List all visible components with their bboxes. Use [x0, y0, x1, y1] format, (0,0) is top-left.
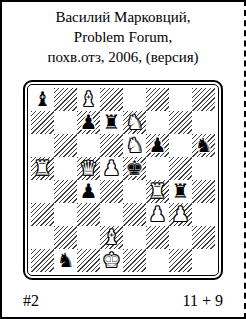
title-line-award: похв.отз, 2006, (версия)	[2, 47, 244, 67]
square-h7	[192, 111, 215, 134]
piece-white-knight: ♞	[126, 111, 144, 134]
square-a2	[31, 226, 54, 249]
problem-card: Василий Марковций, Problem Forum, похв.о…	[0, 0, 246, 319]
square-b5	[54, 157, 77, 180]
piece-white-king: ♚	[103, 249, 121, 272]
stipulation-label: #2	[23, 292, 39, 310]
square-b6	[54, 134, 77, 157]
square-c8: ♝	[77, 88, 100, 111]
piece-white-rook: ♜	[149, 180, 167, 203]
square-h3	[192, 203, 215, 226]
square-e8	[123, 88, 146, 111]
piece-white-knight: ♞	[126, 134, 144, 157]
caption-row: #2 11 + 9	[2, 292, 244, 310]
square-h2	[192, 226, 215, 249]
square-g4: ♜	[169, 180, 192, 203]
square-e2	[123, 226, 146, 249]
square-b3	[54, 203, 77, 226]
square-f5	[146, 157, 169, 180]
square-e5: ♚	[123, 157, 146, 180]
square-d4	[100, 180, 123, 203]
square-e6: ♞	[123, 134, 146, 157]
square-e4	[123, 180, 146, 203]
square-d5: ♟	[100, 157, 123, 180]
square-b4	[54, 180, 77, 203]
problem-title: Василий Марковций, Problem Forum, похв.о…	[2, 7, 244, 67]
piece-white-pawn: ♟	[149, 203, 167, 226]
piece-white-pawn: ♟	[172, 203, 190, 226]
square-g7	[169, 111, 192, 134]
square-c3	[77, 203, 100, 226]
square-c1	[77, 249, 100, 272]
square-e1	[123, 249, 146, 272]
square-g2	[169, 226, 192, 249]
square-g6	[169, 134, 192, 157]
square-a5: ♜	[31, 157, 54, 180]
square-d3	[100, 203, 123, 226]
square-f6: ♟	[146, 134, 169, 157]
square-a8: ♝	[31, 88, 54, 111]
square-d8	[100, 88, 123, 111]
square-f8	[146, 88, 169, 111]
piece-black-rook: ♜	[172, 180, 190, 203]
square-d7: ♜	[100, 111, 123, 134]
piece-white-bishop: ♝	[103, 226, 121, 249]
square-e3	[123, 203, 146, 226]
square-c2	[77, 226, 100, 249]
piece-black-rook: ♜	[103, 111, 121, 134]
piece-black-bishop: ♝	[34, 88, 52, 111]
piece-black-knight: ♞	[195, 134, 213, 157]
title-line-author: Василий Марковций,	[2, 7, 244, 27]
material-count-label: 11 + 9	[183, 292, 223, 310]
square-a3	[31, 203, 54, 226]
square-a4	[31, 180, 54, 203]
square-d2: ♝	[100, 226, 123, 249]
piece-black-knight: ♞	[57, 249, 75, 272]
square-b7	[54, 111, 77, 134]
square-c5: ♛	[77, 157, 100, 180]
square-a1	[31, 249, 54, 272]
square-h5	[192, 157, 215, 180]
piece-black-king: ♚	[126, 157, 144, 180]
square-h8	[192, 88, 215, 111]
square-b8	[54, 88, 77, 111]
square-f3: ♟	[146, 203, 169, 226]
square-e7: ♞	[123, 111, 146, 134]
square-d6	[100, 134, 123, 157]
square-a7	[31, 111, 54, 134]
square-c4: ♟	[77, 180, 100, 203]
square-g5	[169, 157, 192, 180]
square-g3: ♟	[169, 203, 192, 226]
piece-white-bishop: ♝	[80, 88, 98, 111]
piece-white-pawn: ♟	[103, 157, 121, 180]
chess-board: ♝♝♟♜♞♞♟♞♜♛♟♚♟♜♜♟♟♝♞♚	[31, 88, 215, 272]
square-b2	[54, 226, 77, 249]
piece-white-queen: ♛	[80, 157, 98, 180]
chess-board-frame: ♝♝♟♜♞♞♟♞♜♛♟♚♟♜♜♟♟♝♞♚	[23, 80, 223, 280]
square-c7: ♟	[77, 111, 100, 134]
square-f2	[146, 226, 169, 249]
square-a6	[31, 134, 54, 157]
square-d1: ♚	[100, 249, 123, 272]
square-g8	[169, 88, 192, 111]
square-g1	[169, 249, 192, 272]
piece-black-pawn: ♟	[80, 180, 98, 203]
square-c6	[77, 134, 100, 157]
piece-black-pawn: ♟	[149, 134, 167, 157]
square-h4	[192, 180, 215, 203]
piece-white-rook: ♜	[34, 157, 52, 180]
square-b1: ♞	[54, 249, 77, 272]
square-h6: ♞	[192, 134, 215, 157]
square-f7	[146, 111, 169, 134]
square-f4: ♜	[146, 180, 169, 203]
square-h1	[192, 249, 215, 272]
chess-board-inner-frame: ♝♝♟♜♞♞♟♞♜♛♟♚♟♜♜♟♟♝♞♚	[27, 84, 219, 276]
title-line-source: Problem Forum,	[2, 27, 244, 47]
piece-black-pawn: ♟	[80, 111, 98, 134]
square-f1	[146, 249, 169, 272]
